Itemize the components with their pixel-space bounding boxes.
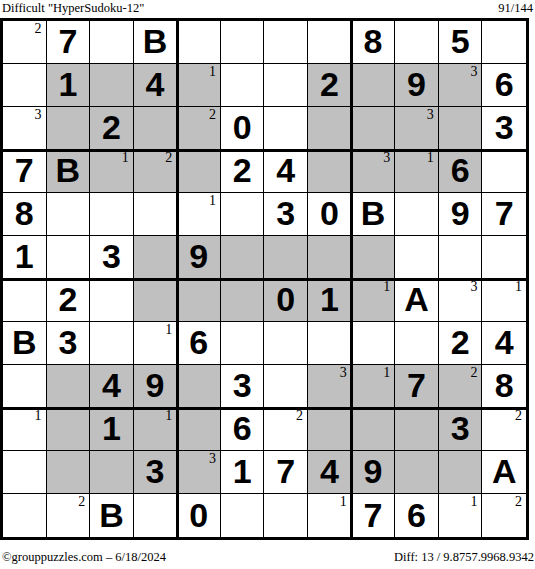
cell-r1c3[interactable] [90,21,134,64]
cell-value: 1 [233,454,252,488]
cell-r2c10[interactable]: 9 [395,64,439,107]
cell-r8c3[interactable] [90,322,134,365]
corner-mark: 1 [515,279,522,295]
corner-mark: 3 [383,150,390,166]
cell-r10c7[interactable]: 2 [264,408,308,451]
cell-r9c7[interactable] [264,365,308,408]
cell-r2c5[interactable]: 1 [177,64,221,107]
cell-r11c12[interactable]: A [482,451,526,494]
cell-value: 1 [58,67,77,101]
cell-r7c2[interactable]: 2 [47,279,91,322]
box-divider-horizontal-1 [3,149,526,152]
corner-mark: 1 [122,150,129,166]
cell-r5c6[interactable] [221,193,265,236]
cell-r10c11[interactable]: 3 [439,408,483,451]
cell-r7c4[interactable] [134,279,178,322]
box-divider-horizontal-3 [3,407,526,410]
cell-r10c3[interactable]: 1 [90,408,134,451]
cell-r2c1[interactable] [3,64,47,107]
cell-r1c11[interactable]: 5 [439,21,483,64]
cell-r11c8[interactable]: 4 [308,451,352,494]
cell-r4c10[interactable]: 1 [395,150,439,193]
cell-r5c9[interactable]: B [352,193,396,236]
cell-r12c8[interactable]: 1 [308,494,352,537]
corner-mark: 1 [35,408,42,424]
cell-r11c1[interactable] [3,451,47,494]
cell-value: 6 [189,325,208,359]
cell-r9c9[interactable]: 1 [352,365,396,408]
cell-r2c12[interactable]: 6 [482,64,526,107]
corner-mark: 1 [209,193,216,209]
cell-value: 1 [320,282,339,316]
cell-r12c6[interactable] [221,494,265,537]
cell-value: 1 [102,411,121,445]
cell-r7c8[interactable]: 1 [308,279,352,322]
cell-r4c8[interactable] [308,150,352,193]
cell-r2c4[interactable]: 4 [134,64,178,107]
corner-mark: 2 [78,494,85,510]
cell-r5c8[interactable]: 0 [308,193,352,236]
cell-r7c7[interactable]: 0 [264,279,308,322]
cell-r5c4[interactable] [134,193,178,236]
puzzle-title: Difficult "HyperSudoku-12" [2,1,144,16]
cell-value: 8 [495,368,514,402]
cell-r9c3[interactable]: 4 [90,365,134,408]
cell-r3c8[interactable] [308,107,352,150]
cell-value: 0 [276,282,295,316]
cell-r12c9[interactable]: 7 [352,494,396,537]
corner-mark: 1 [165,322,172,338]
cell-r1c2[interactable]: 7 [47,21,91,64]
cell-value: 7 [495,196,514,230]
cell-r8c1[interactable]: B [3,322,47,365]
cell-r11c5[interactable]: 3 [177,451,221,494]
cell-r4c12[interactable] [482,150,526,193]
cell-r7c5[interactable] [177,279,221,322]
box-divider-horizontal-2 [3,278,526,281]
cell-r6c9[interactable] [352,236,396,279]
corner-mark: 3 [470,279,477,295]
corner-mark: 2 [165,150,172,166]
cell-r2c8[interactable]: 2 [308,64,352,107]
cell-r8c12[interactable]: 4 [482,322,526,365]
corner-mark: 2 [470,365,477,381]
cell-r5c11[interactable]: 9 [439,193,483,236]
cell-value: 3 [58,325,77,359]
cell-r4c3[interactable]: 1 [90,150,134,193]
corner-mark: 2 [515,494,522,510]
cell-value: 3 [146,454,165,488]
cell-value: 4 [495,325,514,359]
cell-r7c1[interactable] [3,279,47,322]
cell-r1c1[interactable]: 2 [3,21,47,64]
cell-r2c9[interactable] [352,64,396,107]
cell-r6c3[interactable]: 3 [90,236,134,279]
cell-r2c2[interactable]: 1 [47,64,91,107]
cell-value: 4 [276,153,295,187]
cell-r2c3[interactable] [90,64,134,107]
cell-value: 4 [146,67,165,101]
cell-value: B [143,24,168,58]
cell-r3c11[interactable] [439,107,483,150]
cell-r5c5[interactable]: 1 [177,193,221,236]
corner-mark: 1 [427,150,434,166]
cell-r5c2[interactable] [47,193,91,236]
cell-r3c2[interactable] [47,107,91,150]
cell-value: 6 [495,67,514,101]
cell-r1c4[interactable]: B [134,21,178,64]
cell-r9c11[interactable]: 2 [439,365,483,408]
cell-value: 9 [451,196,470,230]
cell-r3c6[interactable]: 0 [221,107,265,150]
cell-value: 2 [102,110,121,144]
cell-r9c8[interactable]: 3 [308,365,352,408]
cell-value: 7 [276,454,295,488]
cell-r9c12[interactable]: 8 [482,365,526,408]
cell-r11c11[interactable] [439,451,483,494]
corner-mark: 3 [35,107,42,123]
cell-r4c4[interactable]: 2 [134,150,178,193]
cell-r6c5[interactable]: 9 [177,236,221,279]
cell-value: 3 [276,196,295,230]
cell-value: 2 [320,67,339,101]
cell-r9c2[interactable] [47,365,91,408]
cell-r3c3[interactable]: 2 [90,107,134,150]
cell-value: 2 [58,282,77,316]
cell-value: 3 [233,368,252,402]
cell-r8c8[interactable] [308,322,352,365]
cell-value: 7 [58,24,77,58]
cell-value: 9 [407,67,426,101]
cell-r6c6[interactable] [221,236,265,279]
cell-r1c9[interactable]: 8 [352,21,396,64]
cell-r9c10[interactable]: 7 [395,365,439,408]
cell-r3c7[interactable] [264,107,308,150]
corner-mark: 2 [515,408,522,424]
corner-mark: 2 [35,21,42,37]
corner-mark: 2 [209,107,216,123]
corner-mark: 1 [209,64,216,80]
cell-r7c11[interactable]: 3 [439,279,483,322]
cell-r10c1[interactable]: 1 [3,408,47,451]
cell-value: 0 [320,196,339,230]
cell-r6c1[interactable]: 1 [3,236,47,279]
cell-r6c10[interactable] [395,236,439,279]
cell-r1c10[interactable] [395,21,439,64]
cell-value: 4 [102,368,121,402]
cell-r4c7[interactable]: 4 [264,150,308,193]
cell-r4c11[interactable]: 6 [439,150,483,193]
cell-r3c9[interactable] [352,107,396,150]
cell-value: 9 [189,239,208,273]
cell-r7c3[interactable] [90,279,134,322]
cell-r5c7[interactable]: 3 [264,193,308,236]
cell-r6c7[interactable] [264,236,308,279]
cell-r8c5[interactable]: 6 [177,322,221,365]
cell-r12c12[interactable]: 2 [482,494,526,537]
cell-r10c6[interactable]: 6 [221,408,265,451]
cell-value: 4 [320,454,339,488]
cell-r1c8[interactable] [308,21,352,64]
cell-value: A [404,282,429,316]
cell-r3c4[interactable] [134,107,178,150]
cell-r2c11[interactable]: 3 [439,64,483,107]
cell-r11c4[interactable]: 3 [134,451,178,494]
cell-r6c11[interactable] [439,236,483,279]
corner-mark: 3 [470,64,477,80]
cell-r10c10[interactable] [395,408,439,451]
cell-r12c5[interactable]: 0 [177,494,221,537]
cell-r6c2[interactable] [47,236,91,279]
cell-value: 0 [189,498,208,532]
cell-r9c1[interactable] [3,365,47,408]
corner-mark: 1 [470,494,477,510]
cell-r10c5[interactable] [177,408,221,451]
corner-mark: 3 [427,107,434,123]
copyright-text: ©grouppuzzles.com – 6/18/2024 [2,550,166,565]
cell-r8c9[interactable] [352,322,396,365]
cell-r8c10[interactable] [395,322,439,365]
cell-value: 8 [363,24,382,58]
cell-r3c1[interactable]: 3 [3,107,47,150]
cell-value: 2 [233,153,252,187]
cell-value: 0 [233,110,252,144]
cell-r11c7[interactable]: 7 [264,451,308,494]
cell-value: 9 [363,454,382,488]
cell-value: 1 [15,239,34,273]
cell-r7c9[interactable]: 1 [352,279,396,322]
cell-value: 3 [102,239,121,273]
cell-r3c5[interactable]: 2 [177,107,221,150]
cell-r9c5[interactable] [177,365,221,408]
cell-r12c10[interactable]: 6 [395,494,439,537]
cell-r5c3[interactable] [90,193,134,236]
cell-value: 3 [451,411,470,445]
cell-r2c6[interactable] [221,64,265,107]
cell-r10c9[interactable] [352,408,396,451]
cell-value: 5 [451,24,470,58]
cell-r12c11[interactable]: 1 [439,494,483,537]
cell-r1c12[interactable] [482,21,526,64]
cell-r4c1[interactable]: 7 [3,150,47,193]
cell-r5c12[interactable]: 7 [482,193,526,236]
cell-r8c4[interactable]: 1 [134,322,178,365]
corner-mark: 1 [383,279,390,295]
cell-r5c1[interactable]: 8 [3,193,47,236]
cell-r8c7[interactable] [264,322,308,365]
cell-r9c4[interactable]: 9 [134,365,178,408]
cell-r6c4[interactable] [134,236,178,279]
cell-r5c10[interactable] [395,193,439,236]
corner-mark: 1 [383,365,390,381]
cell-r11c2[interactable] [47,451,91,494]
cell-r12c3[interactable]: B [90,494,134,537]
cell-r8c2[interactable]: 3 [47,322,91,365]
cell-r10c12[interactable]: 2 [482,408,526,451]
cell-r1c5[interactable] [177,21,221,64]
cell-value: 8 [15,196,34,230]
cell-value: 6 [407,498,426,532]
cell-r1c6[interactable] [221,21,265,64]
difficulty-text: Diff: 13 / 9.8757.9968.9342 [394,550,534,565]
corner-mark: 3 [340,365,347,381]
cell-r4c6[interactable]: 2 [221,150,265,193]
cell-r7c12[interactable]: 1 [482,279,526,322]
cell-r6c12[interactable] [482,236,526,279]
cell-value: 6 [451,153,470,187]
cell-r7c10[interactable]: A [395,279,439,322]
cell-r12c2[interactable]: 2 [47,494,91,537]
cell-value: 2 [451,325,470,359]
cell-r10c4[interactable]: 1 [134,408,178,451]
cell-r10c8[interactable] [308,408,352,451]
cell-r7c6[interactable] [221,279,265,322]
corner-mark: 3 [209,451,216,467]
cell-value: 9 [146,368,165,402]
cell-value: 7 [363,498,382,532]
cell-r2c7[interactable] [264,64,308,107]
cell-r4c5[interactable] [177,150,221,193]
cell-r11c10[interactable] [395,451,439,494]
corner-mark: 2 [296,408,303,424]
cell-r11c6[interactable]: 1 [221,451,265,494]
sudoku-board: 27B8514129363220337B12243168130B97139201… [0,18,529,540]
cell-r11c9[interactable]: 9 [352,451,396,494]
cell-value: 6 [233,411,252,445]
cell-r9c6[interactable]: 3 [221,365,265,408]
cell-r10c2[interactable] [47,408,91,451]
cell-r8c11[interactable]: 2 [439,322,483,365]
cell-r12c1[interactable] [3,494,47,537]
cell-value: 7 [407,368,426,402]
cell-r3c12[interactable]: 3 [482,107,526,150]
cell-r4c2[interactable]: B [47,150,91,193]
cell-value: B [12,325,37,359]
cell-r6c8[interactable] [308,236,352,279]
cell-r12c7[interactable] [264,494,308,537]
cell-r8c6[interactable] [221,322,265,365]
cell-value: B [56,153,81,187]
cell-r3c10[interactable]: 3 [395,107,439,150]
cell-r12c4[interactable] [134,494,178,537]
cell-value: B [361,196,386,230]
cell-value: 3 [495,110,514,144]
cell-r1c7[interactable] [264,21,308,64]
cell-value: B [99,498,124,532]
corner-mark: 1 [165,408,172,424]
cell-value: A [492,454,517,488]
cell-r4c9[interactable]: 3 [352,150,396,193]
puzzle-counter: 91/144 [498,1,533,16]
cell-r11c3[interactable] [90,451,134,494]
cell-value: 7 [15,153,34,187]
corner-mark: 1 [340,494,347,510]
